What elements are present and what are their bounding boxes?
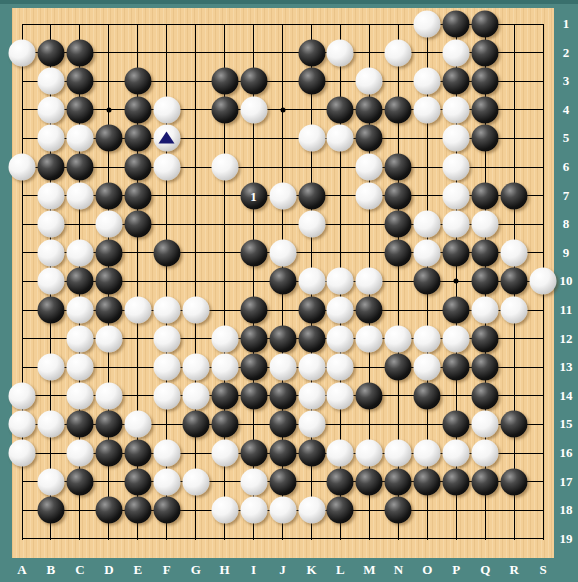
stone-black[interactable] [472, 68, 499, 95]
stone-black[interactable] [95, 239, 122, 266]
column-label-L: L [336, 562, 345, 578]
row-label-17: 17 [560, 474, 573, 490]
stone-black[interactable] [385, 154, 412, 181]
stone-black[interactable] [356, 125, 383, 152]
row-label-1: 1 [563, 16, 570, 32]
stone-black[interactable] [472, 325, 499, 352]
stone-black[interactable] [356, 96, 383, 123]
row-label-16: 16 [560, 445, 573, 461]
stone-white[interactable] [37, 182, 64, 209]
stone-black[interactable] [66, 468, 93, 495]
stone-white[interactable] [356, 268, 383, 295]
stone-white[interactable] [327, 354, 354, 381]
move-number-marker: 1 [240, 182, 267, 209]
stone-black[interactable] [385, 497, 412, 524]
stone-white[interactable] [66, 382, 93, 409]
stone-white[interactable] [530, 268, 557, 295]
stone-white[interactable] [327, 268, 354, 295]
stone-black[interactable] [472, 382, 499, 409]
stone-black[interactable] [211, 96, 238, 123]
column-label-K: K [306, 562, 316, 578]
row-label-4: 4 [563, 102, 570, 118]
stone-black[interactable] [124, 440, 151, 467]
stone-black[interactable] [124, 154, 151, 181]
stone-white[interactable] [414, 440, 441, 467]
row-label-14: 14 [560, 388, 573, 404]
stone-white[interactable] [37, 268, 64, 295]
stone-black[interactable] [472, 182, 499, 209]
stone-black[interactable] [240, 68, 267, 95]
frame-top-edge [0, 0, 578, 4]
stone-white[interactable] [37, 68, 64, 95]
stone-black[interactable] [298, 440, 325, 467]
stone-white[interactable] [240, 96, 267, 123]
stone-black[interactable] [472, 11, 499, 38]
stone-white[interactable] [298, 268, 325, 295]
stone-black[interactable] [124, 211, 151, 238]
stone-white[interactable] [9, 382, 36, 409]
stone-black[interactable] [443, 297, 470, 324]
stone-white[interactable] [9, 440, 36, 467]
stone-white[interactable] [443, 125, 470, 152]
column-label-P: P [452, 562, 460, 578]
grid-line-vertical [195, 24, 196, 540]
stone-black[interactable] [443, 354, 470, 381]
stone-black[interactable] [472, 39, 499, 66]
stone-black[interactable] [385, 96, 412, 123]
stone-white[interactable] [124, 297, 151, 324]
stone-white[interactable] [472, 211, 499, 238]
stone-white[interactable] [298, 497, 325, 524]
stone-black[interactable] [124, 468, 151, 495]
stone-white[interactable] [269, 497, 296, 524]
stone-black[interactable] [385, 182, 412, 209]
stone-white[interactable] [298, 125, 325, 152]
stone-black[interactable] [472, 239, 499, 266]
column-label-B: B [47, 562, 56, 578]
column-label-E: E [133, 562, 142, 578]
stone-black[interactable] [153, 239, 180, 266]
row-label-11: 11 [560, 302, 572, 318]
stone-white[interactable] [182, 354, 209, 381]
stone-white[interactable] [37, 125, 64, 152]
stone-white[interactable] [153, 325, 180, 352]
stone-black[interactable] [414, 268, 441, 295]
stone-white[interactable] [37, 468, 64, 495]
stone-white[interactable] [414, 211, 441, 238]
stone-black[interactable] [182, 411, 209, 438]
star-point [280, 107, 285, 112]
stone-white[interactable] [327, 325, 354, 352]
stone-white[interactable] [414, 68, 441, 95]
stone-black[interactable] [385, 468, 412, 495]
stone-black[interactable] [124, 125, 151, 152]
column-label-F: F [163, 562, 171, 578]
column-label-R: R [509, 562, 518, 578]
stone-white[interactable] [95, 382, 122, 409]
move-number-label: 1 [250, 189, 257, 202]
stone-white[interactable] [356, 154, 383, 181]
stone-white[interactable] [153, 468, 180, 495]
row-label-9: 9 [563, 245, 570, 261]
stone-black[interactable] [66, 39, 93, 66]
stone-black[interactable] [472, 268, 499, 295]
stone-black[interactable] [269, 411, 296, 438]
stone-white[interactable] [37, 239, 64, 266]
stone-white[interactable] [356, 182, 383, 209]
column-label-S: S [539, 562, 546, 578]
stone-white[interactable] [9, 154, 36, 181]
stone-white[interactable] [443, 182, 470, 209]
row-label-8: 8 [563, 216, 570, 232]
stone-white[interactable] [240, 497, 267, 524]
stone-black[interactable] [66, 68, 93, 95]
stone-black[interactable] [66, 411, 93, 438]
row-label-19: 19 [560, 531, 573, 547]
stone-white[interactable] [443, 154, 470, 181]
stone-white[interactable] [124, 411, 151, 438]
row-label-6: 6 [563, 159, 570, 175]
row-label-18: 18 [560, 502, 573, 518]
stone-white[interactable] [66, 125, 93, 152]
stone-white[interactable] [153, 154, 180, 181]
stone-black[interactable] [356, 382, 383, 409]
stone-black[interactable] [95, 125, 122, 152]
stone-white[interactable] [66, 325, 93, 352]
stone-black[interactable] [211, 382, 238, 409]
stone-black[interactable] [269, 440, 296, 467]
stone-white[interactable] [443, 211, 470, 238]
stone-white[interactable] [211, 154, 238, 181]
stone-black[interactable] [414, 382, 441, 409]
stone-white[interactable] [443, 96, 470, 123]
stone-black[interactable] [124, 68, 151, 95]
stone-white[interactable] [37, 211, 64, 238]
stone-white[interactable] [66, 297, 93, 324]
stone-black[interactable] [211, 68, 238, 95]
row-label-10: 10 [560, 273, 573, 289]
stone-black[interactable] [37, 39, 64, 66]
stone-white[interactable] [182, 468, 209, 495]
stone-black[interactable] [443, 411, 470, 438]
stone-white[interactable] [356, 68, 383, 95]
stone-black[interactable] [66, 268, 93, 295]
stone-black[interactable] [240, 239, 267, 266]
stone-black[interactable] [501, 182, 528, 209]
stone-white[interactable] [37, 354, 64, 381]
stone-black[interactable] [240, 382, 267, 409]
column-label-I: I [251, 562, 256, 578]
stone-white[interactable] [153, 440, 180, 467]
stone-black[interactable] [298, 39, 325, 66]
stone-white[interactable] [501, 239, 528, 266]
column-label-O: O [422, 562, 432, 578]
stone-black[interactable] [443, 468, 470, 495]
stone-black[interactable] [95, 497, 122, 524]
stone-white[interactable] [37, 411, 64, 438]
stone-black[interactable] [37, 154, 64, 181]
stone-white[interactable] [269, 239, 296, 266]
row-label-2: 2 [563, 45, 570, 61]
stone-white[interactable] [327, 440, 354, 467]
stone-white[interactable] [182, 382, 209, 409]
stone-black[interactable] [385, 211, 412, 238]
stone-white[interactable] [327, 297, 354, 324]
stone-black[interactable] [472, 468, 499, 495]
stone-black[interactable] [327, 468, 354, 495]
triangle-marker [153, 125, 180, 152]
go-board-frame: 1 ABCDEFGHIJKLMNOPQRS 123456789101112131… [0, 0, 578, 582]
column-label-N: N [394, 562, 403, 578]
row-label-15: 15 [560, 416, 573, 432]
stone-white[interactable] [501, 297, 528, 324]
stone-black[interactable] [414, 468, 441, 495]
stone-white[interactable] [211, 354, 238, 381]
stone-black[interactable] [240, 325, 267, 352]
stone-white[interactable] [443, 440, 470, 467]
stone-black[interactable] [356, 468, 383, 495]
stone-white[interactable] [95, 211, 122, 238]
stone-white[interactable] [66, 354, 93, 381]
stone-black[interactable] [472, 354, 499, 381]
stone-black[interactable] [37, 297, 64, 324]
stone-white[interactable] [472, 440, 499, 467]
column-label-H: H [220, 562, 230, 578]
column-label-D: D [104, 562, 113, 578]
stone-white[interactable] [269, 182, 296, 209]
stone-black[interactable] [327, 96, 354, 123]
stone-white[interactable] [240, 468, 267, 495]
stone-black[interactable] [240, 440, 267, 467]
stone-white[interactable] [414, 11, 441, 38]
stone-black[interactable] [443, 11, 470, 38]
column-label-Q: Q [480, 562, 490, 578]
stone-black[interactable] [269, 268, 296, 295]
stone-black[interactable] [443, 68, 470, 95]
stone-black[interactable] [385, 239, 412, 266]
stone-white[interactable] [182, 297, 209, 324]
stone-black[interactable] [269, 468, 296, 495]
stone-white[interactable] [95, 325, 122, 352]
stone-white[interactable] [385, 39, 412, 66]
stone-white[interactable] [153, 382, 180, 409]
stone-white[interactable] [298, 354, 325, 381]
stone-white[interactable] [66, 239, 93, 266]
stone-black[interactable] [211, 411, 238, 438]
stone-white[interactable] [385, 440, 412, 467]
stone-white[interactable] [211, 497, 238, 524]
stone-white[interactable] [298, 211, 325, 238]
stone-black[interactable] [443, 239, 470, 266]
stone-white[interactable] [414, 96, 441, 123]
stone-black[interactable] [124, 182, 151, 209]
stone-white[interactable] [269, 354, 296, 381]
triangle-icon [159, 131, 175, 143]
stone-black[interactable] [124, 96, 151, 123]
stone-white[interactable] [9, 39, 36, 66]
row-label-12: 12 [560, 331, 573, 347]
stone-black[interactable] [95, 297, 122, 324]
star-point [454, 279, 459, 284]
stone-white[interactable] [472, 411, 499, 438]
stone-white[interactable] [37, 96, 64, 123]
stone-white[interactable] [414, 325, 441, 352]
stone-black[interactable] [95, 411, 122, 438]
row-label-13: 13 [560, 359, 573, 375]
stone-white[interactable] [66, 440, 93, 467]
stone-white[interactable] [356, 325, 383, 352]
stone-black[interactable] [124, 497, 151, 524]
go-board[interactable]: 1 [12, 8, 554, 558]
column-label-G: G [191, 562, 201, 578]
column-label-C: C [75, 562, 84, 578]
stone-white[interactable] [211, 440, 238, 467]
stone-white[interactable] [356, 440, 383, 467]
stone-black[interactable] [298, 297, 325, 324]
stone-white[interactable] [153, 354, 180, 381]
stone-white[interactable] [211, 325, 238, 352]
stone-white[interactable] [443, 325, 470, 352]
stone-white[interactable] [414, 239, 441, 266]
stone-black[interactable] [240, 354, 267, 381]
stone-black[interactable] [298, 325, 325, 352]
stone-white[interactable] [66, 182, 93, 209]
stone-white[interactable] [414, 354, 441, 381]
stone-black[interactable] [472, 96, 499, 123]
column-label-A: A [17, 562, 26, 578]
stone-white[interactable] [153, 96, 180, 123]
stone-black[interactable] [240, 297, 267, 324]
stone-black[interactable] [385, 354, 412, 381]
row-label-5: 5 [563, 130, 570, 146]
stone-white[interactable] [472, 297, 499, 324]
grid-line-horizontal [22, 538, 544, 539]
stone-white[interactable] [327, 382, 354, 409]
stone-black[interactable] [95, 268, 122, 295]
stone-white[interactable] [298, 382, 325, 409]
column-label-J: J [279, 562, 286, 578]
stone-white[interactable] [298, 411, 325, 438]
stone-black[interactable] [501, 268, 528, 295]
stone-white[interactable] [153, 297, 180, 324]
row-label-7: 7 [563, 188, 570, 204]
stone-black[interactable] [472, 125, 499, 152]
stone-black[interactable] [501, 411, 528, 438]
stone-black[interactable] [95, 182, 122, 209]
stone-black[interactable] [269, 325, 296, 352]
stone-white[interactable] [327, 39, 354, 66]
row-label-3: 3 [563, 73, 570, 89]
stone-black[interactable] [356, 297, 383, 324]
stone-black[interactable] [37, 497, 64, 524]
stone-white[interactable] [385, 325, 412, 352]
stone-black[interactable] [153, 497, 180, 524]
stone-black[interactable] [66, 96, 93, 123]
stone-white[interactable] [327, 125, 354, 152]
stone-black[interactable] [501, 468, 528, 495]
stone-black[interactable] [66, 154, 93, 181]
star-point [106, 107, 111, 112]
stone-white[interactable] [9, 411, 36, 438]
stone-black[interactable] [298, 182, 325, 209]
column-label-M: M [363, 562, 375, 578]
stone-black[interactable] [269, 382, 296, 409]
stone-black[interactable] [95, 440, 122, 467]
stone-white[interactable] [443, 39, 470, 66]
stone-black[interactable] [298, 68, 325, 95]
stone-black[interactable] [327, 497, 354, 524]
